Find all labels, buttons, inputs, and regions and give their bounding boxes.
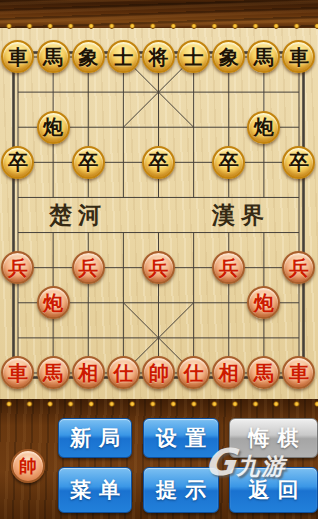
piece-red[interactable]: 兵 xyxy=(212,251,245,284)
piece-red[interactable]: 兵 xyxy=(1,251,34,284)
board-cell[interactable] xyxy=(106,75,141,110)
board-cell[interactable] xyxy=(71,215,106,250)
board-cell[interactable] xyxy=(246,145,281,180)
board-cell[interactable] xyxy=(71,180,106,215)
piece-red[interactable]: 車 xyxy=(1,356,34,389)
piece-red[interactable]: 炮 xyxy=(247,286,280,319)
board-cell[interactable]: 馬 xyxy=(36,355,71,390)
board-cell[interactable] xyxy=(246,215,281,250)
board-cell[interactable]: 兵 xyxy=(281,250,316,285)
board-cell[interactable]: 相 xyxy=(71,355,106,390)
board-cell[interactable]: 卒 xyxy=(211,145,246,180)
board-cell[interactable]: 兵 xyxy=(71,250,106,285)
board-cell[interactable] xyxy=(106,320,141,355)
piece-black[interactable]: 卒 xyxy=(212,146,245,179)
board-cell[interactable] xyxy=(211,215,246,250)
piece-black[interactable]: 象 xyxy=(212,40,245,73)
board-cell[interactable] xyxy=(36,250,71,285)
undo-button[interactable]: 悔棋 xyxy=(229,418,318,458)
stud-row-top xyxy=(0,22,318,30)
board-cell[interactable] xyxy=(211,320,246,355)
piece-black[interactable]: 馬 xyxy=(37,40,70,73)
board-cell[interactable]: 士 xyxy=(106,39,141,74)
board-cell[interactable]: 相 xyxy=(211,355,246,390)
board-cell[interactable] xyxy=(176,75,211,110)
board-cell[interactable]: 馬 xyxy=(246,355,281,390)
board-cell[interactable] xyxy=(176,285,211,320)
board-cell[interactable]: 仕 xyxy=(176,355,211,390)
board-cell[interactable]: 炮 xyxy=(36,285,71,320)
piece-red[interactable]: 車 xyxy=(282,356,315,389)
board-cell[interactable] xyxy=(246,320,281,355)
piece-black[interactable]: 卒 xyxy=(282,146,315,179)
board-cell[interactable] xyxy=(141,110,176,145)
piece-black[interactable]: 馬 xyxy=(247,40,280,73)
piece-red[interactable]: 相 xyxy=(212,356,245,389)
board-cell[interactable]: 兵 xyxy=(141,250,176,285)
hint-button[interactable]: 提示 xyxy=(143,467,219,513)
xiangqi-board: 楚河 漢界 車馬象士将士象馬車炮炮卒卒卒卒卒兵兵兵兵兵炮炮車馬相仕帥仕相馬車 xyxy=(0,28,318,399)
board-cell[interactable]: 象 xyxy=(211,39,246,74)
board-cell[interactable] xyxy=(71,320,106,355)
piece-black[interactable]: 炮 xyxy=(247,111,280,144)
stud-row-bottom xyxy=(0,400,318,408)
turn-indicator-red-general: 帥 xyxy=(11,449,45,483)
board-intersection-grid: 車馬象士将士象馬車炮炮卒卒卒卒卒兵兵兵兵兵炮炮車馬相仕帥仕相馬車 xyxy=(0,39,316,390)
board-cell[interactable]: 車 xyxy=(0,355,35,390)
board-cell[interactable]: 車 xyxy=(0,39,35,74)
board-cell[interactable] xyxy=(246,250,281,285)
new-game-button[interactable]: 新局 xyxy=(58,418,132,458)
board-cell[interactable] xyxy=(36,180,71,215)
board-cell[interactable] xyxy=(106,285,141,320)
board-cell[interactable] xyxy=(176,145,211,180)
piece-red[interactable]: 馬 xyxy=(37,356,70,389)
piece-red[interactable]: 相 xyxy=(72,356,105,389)
board-cell[interactable] xyxy=(0,110,35,145)
board-cell[interactable]: 帥 xyxy=(141,355,176,390)
board-cell[interactable]: 炮 xyxy=(246,110,281,145)
board-cell[interactable] xyxy=(0,215,35,250)
board-cell[interactable] xyxy=(0,75,35,110)
board-cell[interactable]: 車 xyxy=(281,355,316,390)
board-cell[interactable] xyxy=(176,215,211,250)
board-cell[interactable] xyxy=(141,180,176,215)
board-cell[interactable] xyxy=(281,285,316,320)
board-cell[interactable] xyxy=(106,215,141,250)
board-cell[interactable] xyxy=(36,215,71,250)
board-cell[interactable] xyxy=(141,215,176,250)
board-cell[interactable]: 卒 xyxy=(281,145,316,180)
piece-black[interactable]: 士 xyxy=(177,40,210,73)
piece-black[interactable]: 卒 xyxy=(72,146,105,179)
board-cell[interactable] xyxy=(281,215,316,250)
board-cell[interactable]: 仕 xyxy=(106,355,141,390)
piece-red[interactable]: 馬 xyxy=(247,356,280,389)
board-cell[interactable] xyxy=(281,110,316,145)
piece-black[interactable]: 象 xyxy=(72,40,105,73)
board-cell[interactable] xyxy=(36,145,71,180)
board-cell[interactable] xyxy=(211,110,246,145)
board-cell[interactable] xyxy=(176,250,211,285)
board-cell[interactable]: 車 xyxy=(281,39,316,74)
board-cell[interactable] xyxy=(106,180,141,215)
board-cell[interactable] xyxy=(281,320,316,355)
piece-red[interactable]: 仕 xyxy=(107,356,140,389)
board-cell[interactable]: 炮 xyxy=(246,285,281,320)
board-cell[interactable] xyxy=(176,180,211,215)
board-cell[interactable]: 象 xyxy=(71,39,106,74)
board-cell[interactable] xyxy=(36,75,71,110)
board-cell[interactable]: 将 xyxy=(141,39,176,74)
board-cell[interactable] xyxy=(71,285,106,320)
board-cell[interactable]: 兵 xyxy=(0,250,35,285)
board-cell[interactable]: 馬 xyxy=(36,39,71,74)
piece-black[interactable]: 車 xyxy=(282,40,315,73)
board-cell[interactable]: 卒 xyxy=(141,145,176,180)
board-cell[interactable] xyxy=(246,180,281,215)
board-cell[interactable] xyxy=(0,285,35,320)
board-cell[interactable]: 卒 xyxy=(71,145,106,180)
piece-red[interactable]: 兵 xyxy=(282,251,315,284)
board-cell[interactable]: 卒 xyxy=(0,145,35,180)
piece-black[interactable]: 炮 xyxy=(37,111,70,144)
piece-red[interactable]: 兵 xyxy=(142,251,175,284)
back-button[interactable]: 返回 xyxy=(229,467,318,513)
board-cell[interactable] xyxy=(106,110,141,145)
board-cell[interactable] xyxy=(246,75,281,110)
menu-button[interactable]: 菜单 xyxy=(58,467,132,513)
board-cell[interactable]: 兵 xyxy=(211,250,246,285)
piece-black[interactable]: 卒 xyxy=(142,146,175,179)
board-cell[interactable] xyxy=(71,75,106,110)
board-cell[interactable] xyxy=(281,75,316,110)
board-cell[interactable] xyxy=(0,320,35,355)
board-cell[interactable] xyxy=(0,180,35,215)
board-cell[interactable]: 炮 xyxy=(36,110,71,145)
piece-black[interactable]: 卒 xyxy=(1,146,34,179)
board-cell[interactable] xyxy=(106,250,141,285)
piece-red[interactable]: 炮 xyxy=(37,286,70,319)
board-cell[interactable] xyxy=(71,110,106,145)
board-cell[interactable]: 馬 xyxy=(246,39,281,74)
board-cell[interactable] xyxy=(141,320,176,355)
board-cell[interactable] xyxy=(176,110,211,145)
piece-red[interactable]: 帥 xyxy=(142,356,175,389)
piece-red[interactable]: 仕 xyxy=(177,356,210,389)
board-cell[interactable] xyxy=(211,180,246,215)
board-cell[interactable] xyxy=(141,285,176,320)
piece-black[interactable]: 士 xyxy=(107,40,140,73)
xiangqi-app-screen: 楚河 漢界 車馬象士将士象馬車炮炮卒卒卒卒卒兵兵兵兵兵炮炮車馬相仕帥仕相馬車 帥… xyxy=(0,0,318,519)
piece-black[interactable]: 将 xyxy=(142,40,175,73)
piece-black[interactable]: 車 xyxy=(1,40,34,73)
board-cell[interactable] xyxy=(211,75,246,110)
board-cell[interactable] xyxy=(176,320,211,355)
board-cell[interactable] xyxy=(141,75,176,110)
board-cell[interactable] xyxy=(281,180,316,215)
board-cell[interactable]: 士 xyxy=(176,39,211,74)
board-cell[interactable] xyxy=(211,285,246,320)
settings-button[interactable]: 设置 xyxy=(143,418,219,458)
board-cell[interactable] xyxy=(106,145,141,180)
piece-red[interactable]: 兵 xyxy=(72,251,105,284)
board-cell[interactable] xyxy=(36,320,71,355)
